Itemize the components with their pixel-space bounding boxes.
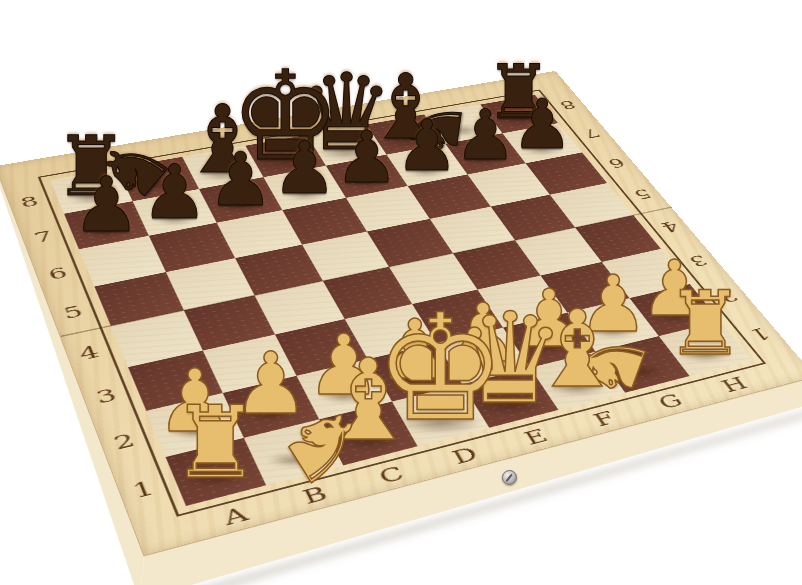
screw-slot [506, 473, 513, 482]
chess-set-photo: ABCDEFGH1122334455667788 ♜♞♝♚♛♝♞♜♟♟♟♟♟♟♟… [0, 0, 802, 585]
hinge-screw-icon [502, 470, 517, 485]
